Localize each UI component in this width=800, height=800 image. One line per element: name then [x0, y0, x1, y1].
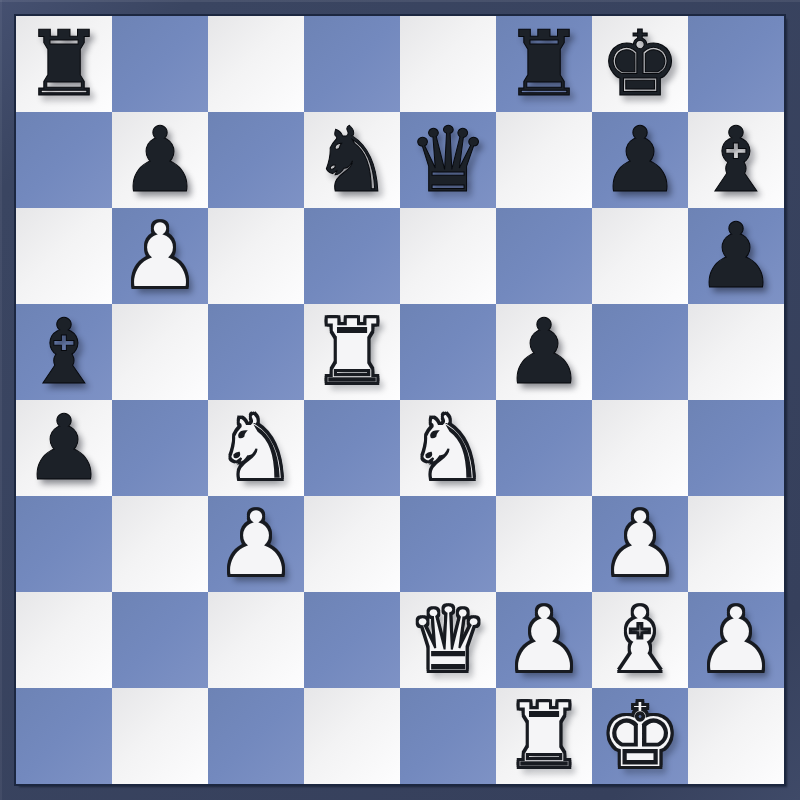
piece-white-bishop[interactable]: ♝: [600, 592, 681, 688]
square-c2[interactable]: [208, 592, 304, 688]
piece-white-pawn[interactable]: ♟: [600, 496, 681, 592]
square-d4[interactable]: [304, 400, 400, 496]
square-f4[interactable]: [496, 400, 592, 496]
piece-white-queen[interactable]: ♛: [408, 592, 489, 688]
square-e8[interactable]: [400, 16, 496, 112]
square-c7[interactable]: [208, 112, 304, 208]
square-f7[interactable]: [496, 112, 592, 208]
square-e6[interactable]: [400, 208, 496, 304]
piece-white-pawn[interactable]: ♟: [696, 592, 777, 688]
piece-black-pawn[interactable]: ♟: [24, 400, 105, 496]
square-f1[interactable]: ♜: [496, 688, 592, 784]
square-h3[interactable]: [688, 496, 784, 592]
square-e7[interactable]: ♛: [400, 112, 496, 208]
square-b5[interactable]: [112, 304, 208, 400]
square-a3[interactable]: [16, 496, 112, 592]
piece-black-pawn[interactable]: ♟: [120, 112, 201, 208]
square-b8[interactable]: [112, 16, 208, 112]
piece-black-queen[interactable]: ♛: [408, 112, 489, 208]
square-g7[interactable]: ♟: [592, 112, 688, 208]
square-b1[interactable]: [112, 688, 208, 784]
square-g2[interactable]: ♝: [592, 592, 688, 688]
square-f8[interactable]: ♜: [496, 16, 592, 112]
piece-white-knight[interactable]: ♞: [216, 400, 297, 496]
square-c6[interactable]: [208, 208, 304, 304]
square-e5[interactable]: [400, 304, 496, 400]
piece-white-rook[interactable]: ♜: [312, 304, 393, 400]
piece-white-knight[interactable]: ♞: [408, 400, 489, 496]
square-a7[interactable]: [16, 112, 112, 208]
square-c3[interactable]: ♟: [208, 496, 304, 592]
board-frame: ♜♜♚♟♞♛♟♝♟♟♝♜♟♟♞♞♟♟♛♟♝♟♜♚: [0, 0, 800, 800]
piece-black-bishop[interactable]: ♝: [24, 304, 105, 400]
piece-black-rook[interactable]: ♜: [24, 16, 105, 112]
square-b7[interactable]: ♟: [112, 112, 208, 208]
piece-black-pawn[interactable]: ♟: [600, 112, 681, 208]
square-g6[interactable]: [592, 208, 688, 304]
piece-white-pawn[interactable]: ♟: [504, 592, 585, 688]
square-b6[interactable]: ♟: [112, 208, 208, 304]
piece-white-pawn[interactable]: ♟: [216, 496, 297, 592]
square-h8[interactable]: [688, 16, 784, 112]
piece-black-bishop[interactable]: ♝: [696, 112, 777, 208]
square-e1[interactable]: [400, 688, 496, 784]
piece-white-rook[interactable]: ♜: [504, 688, 585, 784]
piece-white-king[interactable]: ♚: [600, 688, 681, 784]
square-f5[interactable]: ♟: [496, 304, 592, 400]
square-h6[interactable]: ♟: [688, 208, 784, 304]
square-f6[interactable]: [496, 208, 592, 304]
square-h7[interactable]: ♝: [688, 112, 784, 208]
square-f3[interactable]: [496, 496, 592, 592]
square-h1[interactable]: [688, 688, 784, 784]
square-f2[interactable]: ♟: [496, 592, 592, 688]
square-g5[interactable]: [592, 304, 688, 400]
square-c4[interactable]: ♞: [208, 400, 304, 496]
square-e2[interactable]: ♛: [400, 592, 496, 688]
square-d7[interactable]: ♞: [304, 112, 400, 208]
square-g8[interactable]: ♚: [592, 16, 688, 112]
square-e3[interactable]: [400, 496, 496, 592]
square-h2[interactable]: ♟: [688, 592, 784, 688]
square-d3[interactable]: [304, 496, 400, 592]
square-c8[interactable]: [208, 16, 304, 112]
square-h4[interactable]: [688, 400, 784, 496]
square-a4[interactable]: ♟: [16, 400, 112, 496]
square-b4[interactable]: [112, 400, 208, 496]
square-a8[interactable]: ♜: [16, 16, 112, 112]
square-a1[interactable]: [16, 688, 112, 784]
piece-black-pawn[interactable]: ♟: [696, 208, 777, 304]
square-e4[interactable]: ♞: [400, 400, 496, 496]
square-g3[interactable]: ♟: [592, 496, 688, 592]
square-a6[interactable]: [16, 208, 112, 304]
chess-board[interactable]: ♜♜♚♟♞♛♟♝♟♟♝♜♟♟♞♞♟♟♛♟♝♟♜♚: [16, 16, 784, 784]
square-d8[interactable]: [304, 16, 400, 112]
piece-black-king[interactable]: ♚: [600, 16, 681, 112]
square-h5[interactable]: [688, 304, 784, 400]
square-g1[interactable]: ♚: [592, 688, 688, 784]
square-c5[interactable]: [208, 304, 304, 400]
piece-black-knight[interactable]: ♞: [312, 112, 393, 208]
square-a5[interactable]: ♝: [16, 304, 112, 400]
square-b3[interactable]: [112, 496, 208, 592]
square-d5[interactable]: ♜: [304, 304, 400, 400]
square-b2[interactable]: [112, 592, 208, 688]
square-d2[interactable]: [304, 592, 400, 688]
square-g4[interactable]: [592, 400, 688, 496]
piece-white-pawn[interactable]: ♟: [120, 208, 201, 304]
square-d1[interactable]: [304, 688, 400, 784]
piece-black-pawn[interactable]: ♟: [504, 304, 585, 400]
square-c1[interactable]: [208, 688, 304, 784]
piece-black-rook[interactable]: ♜: [504, 16, 585, 112]
square-d6[interactable]: [304, 208, 400, 304]
square-a2[interactable]: [16, 592, 112, 688]
